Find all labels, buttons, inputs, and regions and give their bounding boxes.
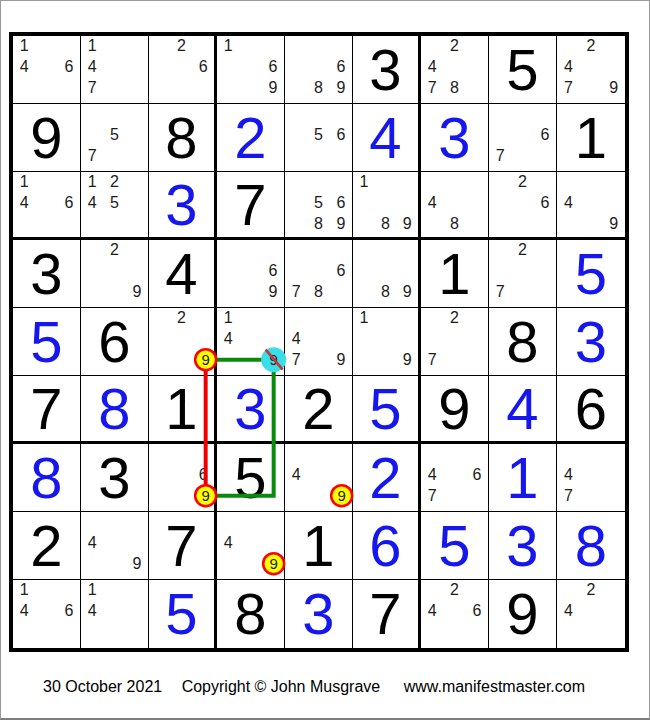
cell-r9c7[interactable]: 246	[421, 580, 489, 648]
given-digit: 1	[557, 104, 625, 171]
cell-r5c9[interactable]: 3	[557, 308, 625, 376]
given-digit: 7	[149, 512, 214, 579]
cell-r8c3[interactable]: 7	[149, 512, 217, 580]
cell-r9c6[interactable]: 7	[353, 580, 421, 648]
cell-r8c4[interactable]: 49	[217, 512, 285, 580]
cell-r4c8[interactable]: 27	[489, 240, 557, 308]
cell-r7c3[interactable]: 69	[149, 444, 217, 512]
solved-digit: 3	[217, 376, 284, 441]
cell-r4c5[interactable]: 678	[285, 240, 353, 308]
cell-r7c8[interactable]: 1	[489, 444, 557, 512]
solved-digit: 4	[353, 104, 418, 171]
footer-copyright: Copyright © John Musgrave	[182, 678, 381, 695]
pencil-marks: 29	[149, 308, 214, 370]
solved-digit: 2	[353, 444, 418, 511]
cell-r5c2[interactable]: 6	[81, 308, 149, 376]
pencil-marks: 57	[81, 104, 148, 166]
pencil-marks: 678	[285, 240, 352, 302]
cell-r5c1[interactable]: 5	[13, 308, 81, 376]
solved-digit: 8	[81, 376, 148, 441]
sudoku-board: 1461472616968932478524799578256436711461…	[9, 32, 629, 652]
cell-r3c2[interactable]: 1245	[81, 172, 149, 240]
given-digit: 7	[217, 172, 284, 237]
cell-r6c1[interactable]: 7	[13, 376, 81, 444]
pencil-marks: 89	[353, 240, 418, 302]
cell-r6c3[interactable]: 1	[149, 376, 217, 444]
cell-r8c8[interactable]: 3	[489, 512, 557, 580]
pencil-marks: 189	[353, 172, 418, 234]
pencil-marks: 5689	[285, 172, 352, 234]
pencil-marks: 49	[557, 172, 625, 234]
cell-r3c8[interactable]: 26	[489, 172, 557, 240]
cell-r9c5[interactable]: 3	[285, 580, 353, 648]
pencil-marks: 49	[217, 512, 284, 574]
solved-digit: 5	[421, 512, 488, 579]
pencil-marks: 49	[81, 512, 148, 574]
cell-r6c4[interactable]: 3	[217, 376, 285, 444]
solved-digit: 2	[217, 104, 284, 171]
cell-r9c1[interactable]: 146	[13, 580, 81, 648]
pencil-marks: 14	[81, 580, 148, 642]
cell-r4c6[interactable]: 89	[353, 240, 421, 308]
cell-r1c8[interactable]: 5	[489, 36, 557, 104]
cell-r1c5[interactable]: 689	[285, 36, 353, 104]
given-digit: 8	[489, 308, 556, 375]
cell-r3c3[interactable]: 3	[149, 172, 217, 240]
cell-r4c3[interactable]: 4	[149, 240, 217, 308]
solved-digit: 8	[13, 444, 80, 511]
cell-r4c7[interactable]: 1	[421, 240, 489, 308]
cell-r6c6[interactable]: 5	[353, 376, 421, 444]
given-digit: 3	[81, 444, 148, 511]
cell-r1c9[interactable]: 2479	[557, 36, 625, 104]
cell-r8c9[interactable]: 8	[557, 512, 625, 580]
pencil-marks: 24	[557, 580, 625, 642]
cell-r9c4[interactable]: 8	[217, 580, 285, 648]
pencil-marks: 169	[217, 36, 284, 98]
cell-r9c3[interactable]: 5	[149, 580, 217, 648]
pencil-marks: 147	[81, 36, 148, 98]
solved-digit: 1	[489, 444, 556, 511]
given-digit: 3	[13, 240, 80, 307]
given-digit: 1	[285, 512, 352, 579]
solved-digit: 8	[557, 512, 625, 579]
page-frame: 1461472616968932478524799578256436711461…	[0, 0, 650, 720]
cell-r9c9[interactable]: 24	[557, 580, 625, 648]
cell-r8c1[interactable]: 2	[13, 512, 81, 580]
cell-r7c7[interactable]: 467	[421, 444, 489, 512]
cell-r6c2[interactable]: 8	[81, 376, 149, 444]
cell-r7c9[interactable]: 47	[557, 444, 625, 512]
pencil-marks: 48	[421, 172, 488, 234]
cell-r1c1[interactable]: 146	[13, 36, 81, 104]
pencil-marks: 479	[285, 308, 352, 370]
pencil-marks: 69	[217, 240, 284, 302]
cell-r5c5[interactable]: 479	[285, 308, 353, 376]
cell-r2c3[interactable]: 8	[149, 104, 217, 172]
cell-r8c2[interactable]: 49	[81, 512, 149, 580]
footer-website: www.manifestmaster.com	[404, 678, 585, 695]
cell-r1c7[interactable]: 2478	[421, 36, 489, 104]
cell-r3c6[interactable]: 189	[353, 172, 421, 240]
pencil-marks: 2478	[421, 36, 488, 98]
given-digit: 5	[489, 36, 556, 103]
given-digit: 8	[149, 104, 214, 171]
pencil-marks: 246	[421, 580, 488, 642]
cell-r6c7[interactable]: 9	[421, 376, 489, 444]
cell-r2c5[interactable]: 56	[285, 104, 353, 172]
pencil-marks: 26	[149, 36, 214, 98]
given-digit: 8	[217, 580, 284, 648]
cell-r1c2[interactable]: 147	[81, 36, 149, 104]
cell-r3c5[interactable]: 5689	[285, 172, 353, 240]
cell-r6c5[interactable]: 2	[285, 376, 353, 444]
given-digit: 9	[421, 376, 488, 441]
pencil-marks: 1245	[81, 172, 148, 234]
cell-r6c8[interactable]: 4	[489, 376, 557, 444]
cell-r4c2[interactable]: 29	[81, 240, 149, 308]
footer-date: 30 October 2021	[43, 678, 162, 695]
solved-digit: 3	[149, 172, 214, 237]
cell-r1c3[interactable]: 26	[149, 36, 217, 104]
solved-digit: 4	[489, 376, 556, 441]
given-digit: 7	[353, 580, 418, 648]
solved-digit: 5	[13, 308, 80, 375]
cell-r2c8[interactable]: 67	[489, 104, 557, 172]
solved-digit: 5	[149, 580, 214, 648]
cell-r8c5[interactable]: 1	[285, 512, 353, 580]
cell-r5c6[interactable]: 19	[353, 308, 421, 376]
cell-r3c4[interactable]: 7	[217, 172, 285, 240]
given-digit: 1	[149, 376, 214, 441]
cell-r7c1[interactable]: 8	[13, 444, 81, 512]
given-digit: 2	[13, 512, 80, 579]
footer: 30 October 2021 Copyright © John Musgrav…	[43, 678, 585, 696]
cell-r5c8[interactable]: 8	[489, 308, 557, 376]
pencil-marks: 146	[13, 580, 80, 642]
cell-r7c2[interactable]: 3	[81, 444, 149, 512]
pencil-marks: 49	[285, 444, 352, 506]
solved-digit: 6	[353, 512, 418, 579]
cell-r4c1[interactable]: 3	[13, 240, 81, 308]
given-digit: 3	[353, 36, 418, 103]
solved-digit: 3	[421, 104, 488, 171]
pencil-marks: 146	[13, 36, 80, 98]
cell-r2c6[interactable]: 4	[353, 104, 421, 172]
given-digit: 6	[81, 308, 148, 375]
pencil-marks: 56	[285, 104, 352, 166]
given-digit: 5	[217, 444, 284, 511]
cell-r3c7[interactable]: 48	[421, 172, 489, 240]
cell-r1c4[interactable]: 169	[217, 36, 285, 104]
cell-r5c3[interactable]: 29	[149, 308, 217, 376]
given-digit: 4	[149, 240, 214, 307]
solved-digit: 5	[353, 376, 418, 441]
pencil-marks: 29	[81, 240, 148, 302]
pencil-marks: 2479	[557, 36, 625, 98]
given-digit: 1	[421, 240, 488, 307]
cell-r2c1[interactable]: 9	[13, 104, 81, 172]
cell-r5c4[interactable]: 149	[217, 308, 285, 376]
cell-r4c4[interactable]: 69	[217, 240, 285, 308]
given-digit: 6	[557, 376, 625, 441]
cell-r7c4[interactable]: 5	[217, 444, 285, 512]
pencil-marks: 467	[421, 444, 488, 506]
cell-r7c6[interactable]: 2	[353, 444, 421, 512]
cell-r1c6[interactable]: 3	[353, 36, 421, 104]
cell-r6c9[interactable]: 6	[557, 376, 625, 444]
pencil-marks: 69	[149, 444, 214, 506]
solved-digit: 3	[489, 512, 556, 579]
pencil-marks: 27	[421, 308, 488, 370]
cell-r9c8[interactable]: 9	[489, 580, 557, 648]
cell-r9c2[interactable]: 14	[81, 580, 149, 648]
given-digit: 2	[285, 376, 352, 441]
pencil-marks: 67	[489, 104, 556, 166]
pencil-marks: 26	[489, 172, 556, 234]
pencil-marks: 27	[489, 240, 556, 302]
given-digit: 7	[13, 376, 80, 441]
cell-r4c9[interactable]: 5	[557, 240, 625, 308]
cell-r5c7[interactable]: 27	[421, 308, 489, 376]
pencil-marks: 689	[285, 36, 352, 98]
pencil-marks: 146	[13, 172, 80, 234]
solved-digit: 3	[285, 580, 352, 648]
given-digit: 9	[13, 104, 80, 171]
solved-digit: 3	[557, 308, 625, 375]
given-digit: 9	[489, 580, 556, 648]
cell-r2c9[interactable]: 1	[557, 104, 625, 172]
cell-r3c9[interactable]: 49	[557, 172, 625, 240]
cell-r2c4[interactable]: 2	[217, 104, 285, 172]
cell-r8c6[interactable]: 6	[353, 512, 421, 580]
cell-r8c7[interactable]: 5	[421, 512, 489, 580]
cell-r7c5[interactable]: 49	[285, 444, 353, 512]
solved-digit: 5	[557, 240, 625, 307]
cell-r2c7[interactable]: 3	[421, 104, 489, 172]
cell-r2c2[interactable]: 57	[81, 104, 149, 172]
pencil-marks: 47	[557, 444, 625, 506]
pencil-marks: 149	[217, 308, 284, 370]
pencil-marks: 19	[353, 308, 418, 370]
cell-r3c1[interactable]: 146	[13, 172, 81, 240]
